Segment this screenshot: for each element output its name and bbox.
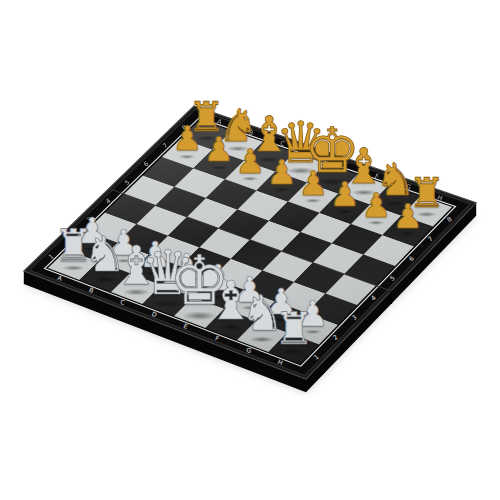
board-sheen [48,120,452,364]
chess-board: AABBCCDDEEFFGGHH1122334455667788 [0,0,500,500]
chess-set-product-photo: AABBCCDDEEFFGGHH1122334455667788 ♜♞♟♝♟♛♟… [0,0,500,500]
